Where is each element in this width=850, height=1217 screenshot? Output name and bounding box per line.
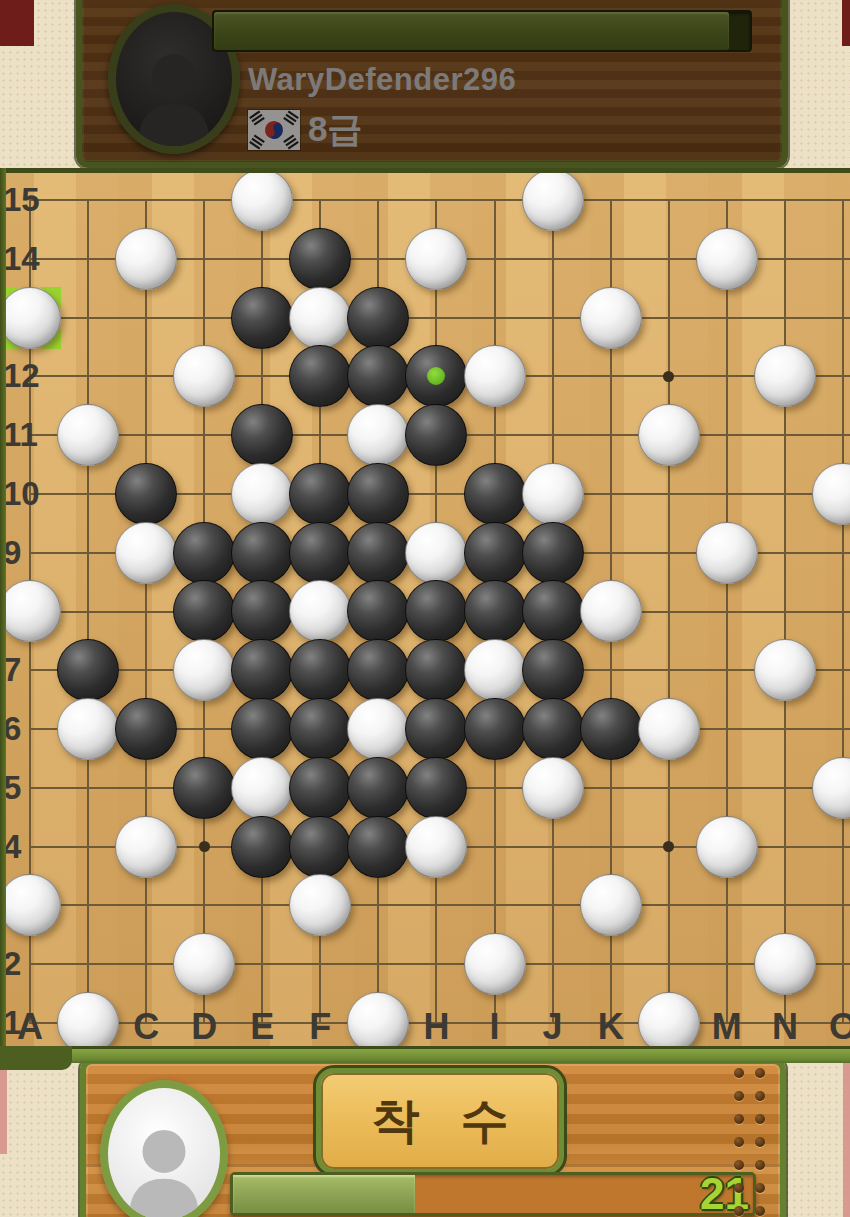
- white-stone-A13: [0, 287, 61, 349]
- white-stone-O10: [812, 463, 850, 525]
- black-stone-H8: [405, 580, 467, 642]
- black-stone-D9: [173, 522, 235, 584]
- place-stone-button-label: 착 수: [357, 1089, 522, 1153]
- white-stone-G1: [347, 992, 409, 1054]
- white-stone-L6: [638, 698, 700, 760]
- black-stone-F9: [289, 522, 351, 584]
- page-edge-texture: [843, 1060, 850, 1217]
- black-stone-I8: [464, 580, 526, 642]
- screw-icon: [755, 1160, 765, 1170]
- white-stone-B1: [57, 992, 119, 1054]
- screw-icon: [755, 1114, 765, 1124]
- screw-icon: [734, 1114, 744, 1124]
- page-background: { "game": "omok-gomoku-15x15", "header":…: [0, 0, 850, 1217]
- white-stone-I7: [464, 639, 526, 701]
- white-stone-J15: [522, 169, 584, 231]
- place-stone-button[interactable]: 착 수: [316, 1068, 564, 1174]
- black-stone-E13: [231, 287, 293, 349]
- black-stone-F6: [289, 698, 351, 760]
- black-stone-I9: [464, 522, 526, 584]
- black-stone-J6: [522, 698, 584, 760]
- white-stone-H4: [405, 816, 467, 878]
- black-stone-J7: [522, 639, 584, 701]
- white-stone-I12: [464, 345, 526, 407]
- black-stone-K6: [580, 698, 642, 760]
- white-stone-C14: [115, 228, 177, 290]
- white-stone-E10: [231, 463, 293, 525]
- screw-icon: [755, 1068, 765, 1078]
- white-stone-O5: [812, 757, 850, 819]
- black-stone-H7: [405, 639, 467, 701]
- screw-decorations: [734, 1068, 766, 1216]
- person-silhouette-icon: [122, 1118, 206, 1217]
- black-stone-G13: [347, 287, 409, 349]
- white-stone-K8: [580, 580, 642, 642]
- white-stone-A3: [0, 874, 61, 936]
- opponent-time-bar-fill: [214, 12, 729, 50]
- board-frame: [0, 168, 6, 1046]
- white-stone-C9: [115, 522, 177, 584]
- white-stone-J10: [522, 463, 584, 525]
- white-stone-M14: [696, 228, 758, 290]
- black-stone-J8: [522, 580, 584, 642]
- black-stone-H5: [405, 757, 467, 819]
- player-info-panel: 착 수 21: [80, 1058, 786, 1217]
- south-korea-flag-icon: [248, 110, 300, 150]
- black-stone-G4: [347, 816, 409, 878]
- black-stone-C6: [115, 698, 177, 760]
- white-stone-M4: [696, 816, 758, 878]
- black-stone-C10: [115, 463, 177, 525]
- black-stone-H12: [405, 345, 467, 407]
- white-stone-K3: [580, 874, 642, 936]
- black-stone-E11: [231, 404, 293, 466]
- white-stone-B11: [57, 404, 119, 466]
- opponent-username: WaryDefender296: [248, 62, 516, 98]
- page-corner-texture: [0, 0, 34, 46]
- screw-icon: [734, 1068, 744, 1078]
- black-stone-H11: [405, 404, 467, 466]
- black-stone-D8: [173, 580, 235, 642]
- stones-grid: [1, 171, 850, 1053]
- white-stone-H14: [405, 228, 467, 290]
- opponent-info-panel: WaryDefender296 8급: [76, 0, 788, 168]
- black-stone-J9: [522, 522, 584, 584]
- black-stone-E9: [231, 522, 293, 584]
- player-avatar: [100, 1080, 228, 1217]
- black-stone-F12: [289, 345, 351, 407]
- screw-icon: [734, 1137, 744, 1147]
- white-stone-L1: [638, 992, 700, 1054]
- black-stone-G12: [347, 345, 409, 407]
- white-stone-F8: [289, 580, 351, 642]
- black-stone-G8: [347, 580, 409, 642]
- black-stone-B7: [57, 639, 119, 701]
- board-frame: [0, 168, 850, 173]
- player-time-bar-fill: [233, 1175, 415, 1213]
- white-stone-N12: [754, 345, 816, 407]
- white-stone-H9: [405, 522, 467, 584]
- white-stone-F13: [289, 287, 351, 349]
- opponent-rank: 8급: [308, 106, 362, 153]
- person-silhouette-icon: [131, 42, 217, 146]
- screw-icon: [734, 1160, 744, 1170]
- screw-icon: [755, 1183, 765, 1193]
- black-stone-D5: [173, 757, 235, 819]
- black-stone-G5: [347, 757, 409, 819]
- white-stone-E5: [231, 757, 293, 819]
- black-stone-F7: [289, 639, 351, 701]
- screw-icon: [755, 1206, 765, 1216]
- board-frame: [0, 1046, 850, 1063]
- opponent-time-bar: [212, 10, 752, 52]
- black-stone-E7: [231, 639, 293, 701]
- black-stone-H6: [405, 698, 467, 760]
- white-stone-D12: [173, 345, 235, 407]
- omok-board[interactable]: 151413121110987654321 ABCDEFGHIJKLMNO: [0, 168, 850, 1046]
- white-stone-I2: [464, 933, 526, 995]
- white-stone-G11: [347, 404, 409, 466]
- black-stone-F5: [289, 757, 351, 819]
- white-stone-B6: [57, 698, 119, 760]
- screw-icon: [755, 1137, 765, 1147]
- white-stone-K13: [580, 287, 642, 349]
- white-stone-G6: [347, 698, 409, 760]
- black-stone-G7: [347, 639, 409, 701]
- white-stone-D7: [173, 639, 235, 701]
- black-stone-E8: [231, 580, 293, 642]
- white-stone-N7: [754, 639, 816, 701]
- white-stone-N2: [754, 933, 816, 995]
- black-stone-G9: [347, 522, 409, 584]
- black-stone-E6: [231, 698, 293, 760]
- white-stone-C4: [115, 816, 177, 878]
- white-stone-L11: [638, 404, 700, 466]
- white-stone-J5: [522, 757, 584, 819]
- screw-icon: [755, 1091, 765, 1101]
- black-stone-F4: [289, 816, 351, 878]
- player-time-bar: 21: [230, 1172, 756, 1216]
- black-stone-E4: [231, 816, 293, 878]
- black-stone-F14: [289, 228, 351, 290]
- screw-icon: [734, 1206, 744, 1216]
- white-stone-E15: [231, 169, 293, 231]
- black-stone-G10: [347, 463, 409, 525]
- black-stone-I10: [464, 463, 526, 525]
- white-stone-M9: [696, 522, 758, 584]
- last-move-marker: [427, 367, 445, 385]
- board-frame: [0, 1046, 72, 1070]
- screw-icon: [734, 1091, 744, 1101]
- white-stone-D2: [173, 933, 235, 995]
- page-corner-texture: [842, 0, 850, 46]
- screw-icon: [734, 1183, 744, 1193]
- black-stone-I6: [464, 698, 526, 760]
- page-edge-texture: [0, 1062, 7, 1154]
- black-stone-F10: [289, 463, 351, 525]
- white-stone-A8: [0, 580, 61, 642]
- white-stone-F3: [289, 874, 351, 936]
